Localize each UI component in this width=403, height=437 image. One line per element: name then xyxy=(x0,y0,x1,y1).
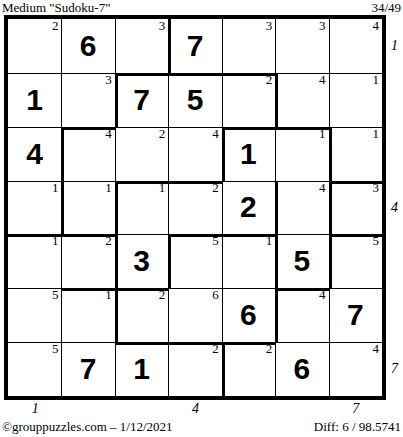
hint-digit: 3 xyxy=(266,19,273,33)
cell-r1c7[interactable]: 4 xyxy=(329,19,382,73)
cell-r1c1[interactable]: 2 xyxy=(8,19,61,73)
cell-r5c1[interactable]: 1 xyxy=(8,234,61,288)
sudoku-board: 2637334137524144241111112243123515551266… xyxy=(8,19,382,396)
hint-digit: 3 xyxy=(105,73,112,87)
sudoku-board-frame: 2637334137524144241111112243123515551266… xyxy=(4,15,386,400)
hint-digit: 1 xyxy=(52,181,59,195)
given-digit: 7 xyxy=(187,31,204,61)
cell-r2c7[interactable]: 1 xyxy=(329,73,382,127)
hint-digit: 4 xyxy=(319,181,326,195)
hint-digit: 6 xyxy=(212,288,219,302)
hint-digit: 4 xyxy=(105,127,112,141)
puzzle-page: { "game": "Sudoku-7 (7x7 jigsaw/irregula… xyxy=(0,0,403,437)
hint-digit: 3 xyxy=(159,19,166,33)
hint-digit: 5 xyxy=(52,342,59,356)
hint-digit: 4 xyxy=(319,73,326,87)
given-digit: 6 xyxy=(294,354,311,384)
col-label-4: 4 xyxy=(192,401,199,417)
cell-r2c2[interactable]: 3 xyxy=(61,73,114,127)
cell-r3c2[interactable]: 4 xyxy=(61,127,114,181)
given-digit: 5 xyxy=(294,246,311,276)
given-digit: 1 xyxy=(240,139,257,169)
hint-digit: 5 xyxy=(212,234,219,248)
hint-digit: 2 xyxy=(212,181,219,195)
cell-r4c5: 2 xyxy=(222,181,275,235)
hint-digit: 4 xyxy=(372,19,379,33)
cell-r5c7[interactable]: 5 xyxy=(329,234,382,288)
col-label-1: 1 xyxy=(32,401,39,417)
cell-r5c5[interactable]: 1 xyxy=(222,234,275,288)
cell-r1c2: 6 xyxy=(61,19,114,73)
hint-digit: 1 xyxy=(52,234,59,248)
hint-digit: 1 xyxy=(105,288,112,302)
cell-r3c5: 1 xyxy=(222,127,275,181)
cell-r7c4[interactable]: 2 xyxy=(168,342,221,396)
cell-r4c4[interactable]: 2 xyxy=(168,181,221,235)
cell-r7c2: 7 xyxy=(61,342,114,396)
cell-r2c3: 7 xyxy=(115,73,168,127)
col-label-7: 7 xyxy=(352,401,359,417)
hint-digit: 3 xyxy=(372,181,379,195)
row-label-7: 7 xyxy=(391,361,398,377)
cell-r7c5[interactable]: 2 xyxy=(222,342,275,396)
cell-r2c4: 5 xyxy=(168,73,221,127)
hint-digit: 4 xyxy=(319,288,326,302)
hint-digit: 2 xyxy=(212,342,219,356)
cell-r2c6[interactable]: 4 xyxy=(275,73,328,127)
cell-r5c4[interactable]: 5 xyxy=(168,234,221,288)
hint-digit: 4 xyxy=(372,342,379,356)
hint-digit: 1 xyxy=(319,127,326,141)
cell-r6c6[interactable]: 4 xyxy=(275,288,328,342)
given-digit: 6 xyxy=(240,300,257,330)
cell-r5c6: 5 xyxy=(275,234,328,288)
cell-r3c1: 4 xyxy=(8,127,61,181)
cell-r7c6: 6 xyxy=(275,342,328,396)
hint-digit: 1 xyxy=(105,181,112,195)
cell-r4c2[interactable]: 1 xyxy=(61,181,114,235)
row-label-1: 1 xyxy=(391,38,398,54)
given-digit: 7 xyxy=(347,300,364,330)
hint-digit: 2 xyxy=(159,127,166,141)
hint-digit: 2 xyxy=(52,19,59,33)
given-digit: 5 xyxy=(187,85,204,115)
copyright-text: ©grouppuzzles.com – 1/12/2021 xyxy=(2,419,173,435)
cell-r2c1: 1 xyxy=(8,73,61,127)
cell-r2c5[interactable]: 2 xyxy=(222,73,275,127)
given-digit: 3 xyxy=(133,246,150,276)
hint-digit: 2 xyxy=(159,288,166,302)
given-digit: 2 xyxy=(240,192,257,222)
cell-r3c4[interactable]: 4 xyxy=(168,127,221,181)
cell-r7c3: 1 xyxy=(115,342,168,396)
cell-r6c3[interactable]: 2 xyxy=(115,288,168,342)
given-digit: 1 xyxy=(26,85,43,115)
footer: ©grouppuzzles.com – 1/12/2021 Diff: 6 / … xyxy=(2,419,401,435)
cell-r6c1[interactable]: 5 xyxy=(8,288,61,342)
cell-r4c3[interactable]: 1 xyxy=(115,181,168,235)
hint-digit: 1 xyxy=(266,234,273,248)
cell-r4c1[interactable]: 1 xyxy=(8,181,61,235)
hint-digit: 2 xyxy=(266,73,273,87)
given-digit: 1 xyxy=(133,354,150,384)
hint-digit: 5 xyxy=(372,234,379,248)
hint-digit: 2 xyxy=(266,342,273,356)
cell-r5c3: 3 xyxy=(115,234,168,288)
cell-r1c5[interactable]: 3 xyxy=(222,19,275,73)
hint-digit: 4 xyxy=(212,127,219,141)
cell-r4c6[interactable]: 4 xyxy=(275,181,328,235)
cell-r3c6[interactable]: 1 xyxy=(275,127,328,181)
hint-digit: 3 xyxy=(319,19,326,33)
hint-digit: 1 xyxy=(372,127,379,141)
given-digit: 6 xyxy=(80,31,97,61)
hint-digit: 1 xyxy=(372,73,379,87)
cell-r3c7[interactable]: 1 xyxy=(329,127,382,181)
given-digit: 7 xyxy=(80,354,97,384)
puzzle-counter: 34/49 xyxy=(371,0,401,16)
difficulty-text: Diff: 6 / 98.5741 xyxy=(314,419,401,435)
cell-r1c3[interactable]: 3 xyxy=(115,19,168,73)
cell-r7c7[interactable]: 4 xyxy=(329,342,382,396)
hint-digit: 5 xyxy=(52,288,59,302)
hint-digit: 2 xyxy=(105,234,112,248)
hint-digit: 1 xyxy=(159,181,166,195)
cell-r6c2[interactable]: 1 xyxy=(61,288,114,342)
given-digit: 7 xyxy=(133,85,150,115)
cell-r7c1[interactable]: 5 xyxy=(8,342,61,396)
cell-r1c4: 7 xyxy=(168,19,221,73)
cell-r6c4[interactable]: 6 xyxy=(168,288,221,342)
cell-r6c7: 7 xyxy=(329,288,382,342)
page-title: Medium "Sudoku-7" xyxy=(2,0,110,16)
cell-r3c3[interactable]: 2 xyxy=(115,127,168,181)
cell-r1c6[interactable]: 3 xyxy=(275,19,328,73)
given-digit: 4 xyxy=(26,139,43,169)
cell-r5c2[interactable]: 2 xyxy=(61,234,114,288)
row-label-4: 4 xyxy=(391,200,398,216)
cell-r6c5: 6 xyxy=(222,288,275,342)
header: Medium "Sudoku-7" 34/49 xyxy=(2,0,401,14)
cell-r4c7[interactable]: 3 xyxy=(329,181,382,235)
